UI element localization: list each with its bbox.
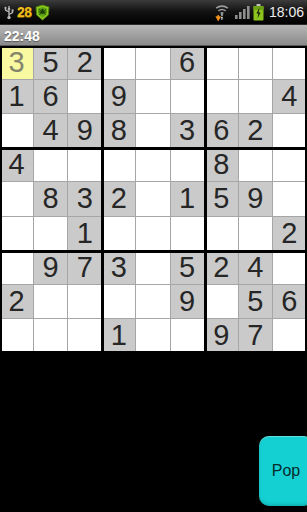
- cell-r9c6[interactable]: [171, 319, 205, 353]
- cell-r2c6[interactable]: [171, 80, 205, 114]
- cell-r2c7[interactable]: [205, 80, 239, 114]
- cell-r9c7[interactable]: 9: [205, 319, 239, 353]
- cell-r9c9[interactable]: [273, 319, 307, 353]
- cell-r4c8[interactable]: [239, 148, 273, 182]
- cell-r1c1[interactable]: 3: [0, 46, 34, 80]
- cell-r9c2[interactable]: [34, 319, 68, 353]
- battery-charging-icon: [253, 4, 264, 21]
- cell-r6c1[interactable]: [0, 217, 34, 251]
- cell-r1c3[interactable]: 2: [68, 46, 102, 80]
- cell-r8c5[interactable]: [136, 285, 170, 319]
- status-bar-left: 28: [3, 4, 51, 21]
- cell-r1c2[interactable]: 5: [34, 46, 68, 80]
- cell-r9c1[interactable]: [0, 319, 34, 353]
- cell-r7c6[interactable]: 5: [171, 251, 205, 285]
- cell-r9c5[interactable]: [136, 319, 170, 353]
- cell-r3c8[interactable]: 2: [239, 114, 273, 148]
- cell-r4c1[interactable]: 4: [0, 148, 34, 182]
- cell-r8c3[interactable]: [68, 285, 102, 319]
- cell-r4c5[interactable]: [136, 148, 170, 182]
- cell-r8c6[interactable]: 9: [171, 285, 205, 319]
- cell-r8c9[interactable]: 6: [273, 285, 307, 319]
- cell-r5c2[interactable]: 8: [34, 182, 68, 216]
- cell-r2c3[interactable]: [68, 80, 102, 114]
- pop-button[interactable]: Pop: [259, 436, 307, 506]
- cell-r2c9[interactable]: 4: [273, 80, 307, 114]
- cell-r6c7[interactable]: [205, 217, 239, 251]
- notification-count: 28: [17, 4, 32, 20]
- cell-r7c8[interactable]: 4: [239, 251, 273, 285]
- cell-r5c6[interactable]: 1: [171, 182, 205, 216]
- cell-r5c9[interactable]: [273, 182, 307, 216]
- cell-r2c8[interactable]: [239, 80, 273, 114]
- cell-r1c8[interactable]: [239, 46, 273, 80]
- cell-r2c1[interactable]: 1: [0, 80, 34, 114]
- cell-r6c9[interactable]: 2: [273, 217, 307, 251]
- cell-r7c3[interactable]: 7: [68, 251, 102, 285]
- cell-r5c7[interactable]: 5: [205, 182, 239, 216]
- cell-r1c4[interactable]: [102, 46, 136, 80]
- cell-r3c7[interactable]: 6: [205, 114, 239, 148]
- cell-r5c5[interactable]: [136, 182, 170, 216]
- timer-bar: 22:48: [0, 25, 307, 46]
- cell-r9c4[interactable]: 1: [102, 319, 136, 353]
- cell-r7c4[interactable]: 3: [102, 251, 136, 285]
- cell-r4c9[interactable]: [273, 148, 307, 182]
- cell-r7c7[interactable]: 2: [205, 251, 239, 285]
- signal-strength-icon: [235, 5, 250, 19]
- cell-r3c6[interactable]: 3: [171, 114, 205, 148]
- cell-r1c9[interactable]: [273, 46, 307, 80]
- cell-r5c8[interactable]: 9: [239, 182, 273, 216]
- usb-icon: [3, 4, 15, 20]
- elapsed-time: 22:48: [4, 28, 40, 44]
- cell-r7c5[interactable]: [136, 251, 170, 285]
- cell-r5c1[interactable]: [0, 182, 34, 216]
- status-bar-right: 18:06: [214, 4, 304, 21]
- cell-r3c1[interactable]: [0, 114, 34, 148]
- cell-r1c5[interactable]: [136, 46, 170, 80]
- cell-r3c9[interactable]: [273, 114, 307, 148]
- cell-r4c3[interactable]: [68, 148, 102, 182]
- sudoku-board-grid: 3526169449836248832159129735242956197: [0, 46, 307, 353]
- cell-r3c2[interactable]: 4: [34, 114, 68, 148]
- cell-r2c2[interactable]: 6: [34, 80, 68, 114]
- cell-r1c7[interactable]: [205, 46, 239, 80]
- cell-r8c7[interactable]: [205, 285, 239, 319]
- cell-r3c4[interactable]: 8: [102, 114, 136, 148]
- cell-r7c2[interactable]: 9: [34, 251, 68, 285]
- cell-r3c5[interactable]: [136, 114, 170, 148]
- cell-r6c4[interactable]: [102, 217, 136, 251]
- cell-r6c6[interactable]: [171, 217, 205, 251]
- cell-r2c4[interactable]: 9: [102, 80, 136, 114]
- cell-r9c8[interactable]: 7: [239, 319, 273, 353]
- phone-screen: 28: [0, 0, 307, 512]
- cell-r7c1[interactable]: [0, 251, 34, 285]
- cell-r5c3[interactable]: 3: [68, 182, 102, 216]
- cell-r2c5[interactable]: [136, 80, 170, 114]
- status-clock: 18:06: [269, 4, 304, 20]
- cell-r6c8[interactable]: [239, 217, 273, 251]
- cell-r6c3[interactable]: 1: [68, 217, 102, 251]
- status-bar: 28: [0, 0, 307, 25]
- cell-r4c6[interactable]: [171, 148, 205, 182]
- cell-r7c9[interactable]: [273, 251, 307, 285]
- cell-r4c4[interactable]: [102, 148, 136, 182]
- cell-r5c4[interactable]: 2: [102, 182, 136, 216]
- cell-r3c3[interactable]: 9: [68, 114, 102, 148]
- wifi-activity-icon: [214, 4, 232, 21]
- cell-r8c8[interactable]: 5: [239, 285, 273, 319]
- cell-r4c7[interactable]: 8: [205, 148, 239, 182]
- cell-r6c2[interactable]: [34, 217, 68, 251]
- cell-r8c2[interactable]: [34, 285, 68, 319]
- cell-r8c4[interactable]: [102, 285, 136, 319]
- cell-r1c6[interactable]: 6: [171, 46, 205, 80]
- cell-r4c2[interactable]: [34, 148, 68, 182]
- antivirus-shield-icon: [34, 4, 51, 21]
- sudoku-board: 3526169449836248832159129735242956197: [0, 46, 307, 353]
- cell-r8c1[interactable]: 2: [0, 285, 34, 319]
- cell-r6c5[interactable]: [136, 217, 170, 251]
- cell-r9c3[interactable]: [68, 319, 102, 353]
